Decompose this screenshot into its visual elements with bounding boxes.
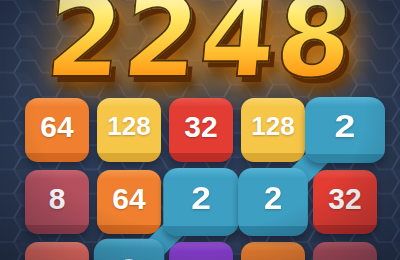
tile-value: 8 [337,254,354,260]
tile-r1c3-2[interactable]: 2 [238,168,308,236]
tile-r1c0-8[interactable]: 8 [25,170,89,234]
tile-r1c4-32[interactable]: 32 [313,170,377,234]
tile-value: 32 [328,182,361,216]
tile-r2c2-4[interactable]: 4 [169,242,233,260]
tile-value: 2 [264,180,282,216]
tile-value: 64 [40,110,73,144]
tile-r2c0-16[interactable]: 16 [25,242,89,260]
tile-value: 128 [107,111,150,142]
tile-value: 64 [112,182,145,216]
tile-r0c1-128[interactable]: 128 [97,98,161,162]
tile-r0c0-64[interactable]: 64 [25,98,89,162]
tile-value: 2 [335,109,356,144]
tile-value: 128 [251,111,294,142]
tile-value: 64 [256,254,289,260]
tile-r1c1-64[interactable]: 64 [97,170,161,234]
tile-value: 4 [193,254,210,260]
tile-value: 2 [191,180,211,216]
tile-r2c3-64[interactable]: 64 [241,242,305,260]
tile-r2c1-2[interactable]: 2 [94,239,164,260]
tile-value: 32 [184,110,217,144]
tile-r2c4-8[interactable]: 8 [313,242,377,260]
tile-r1c2-2[interactable]: 2 [163,168,239,236]
tile-r0c4-2[interactable]: 2 [305,97,385,163]
tile-r0c2-32[interactable]: 32 [169,98,233,162]
game-screen: 2248 2248 6412832128286422321624648 [0,0,400,260]
tile-r0c3-128[interactable]: 128 [241,98,305,162]
board: 6412832128286422321624648 [0,0,400,260]
tile-value: 2 [120,251,138,260]
tile-value: 8 [49,182,66,216]
tile-value: 16 [40,254,73,260]
